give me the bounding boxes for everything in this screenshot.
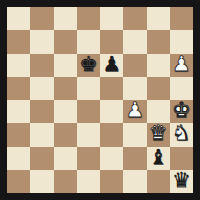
white-pawn-f4[interactable]: ♟ xyxy=(125,100,144,121)
square-b7[interactable] xyxy=(30,30,53,53)
square-b4[interactable] xyxy=(30,100,53,123)
square-g4[interactable] xyxy=(147,100,170,123)
square-d1[interactable] xyxy=(77,170,100,193)
square-h3[interactable]: ♞ xyxy=(170,123,193,146)
square-f2[interactable] xyxy=(123,147,146,170)
square-d8[interactable] xyxy=(77,7,100,30)
square-b2[interactable] xyxy=(30,147,53,170)
square-e1[interactable] xyxy=(100,170,123,193)
board-grid: ♚♟♟♟♚♛♞♝♛ xyxy=(7,7,193,193)
square-b1[interactable] xyxy=(30,170,53,193)
square-e2[interactable] xyxy=(100,147,123,170)
square-g1[interactable] xyxy=(147,170,170,193)
square-e4[interactable] xyxy=(100,100,123,123)
square-g8[interactable] xyxy=(147,7,170,30)
square-h1[interactable]: ♛ xyxy=(170,170,193,193)
square-a2[interactable] xyxy=(7,147,30,170)
square-c3[interactable] xyxy=(54,123,77,146)
square-a7[interactable] xyxy=(7,30,30,53)
square-a6[interactable] xyxy=(7,54,30,77)
square-f1[interactable] xyxy=(123,170,146,193)
white-queen-g3[interactable]: ♛ xyxy=(149,123,168,144)
square-f8[interactable] xyxy=(123,7,146,30)
chess-board: ♚♟♟♟♚♛♞♝♛ xyxy=(0,0,200,200)
square-a4[interactable] xyxy=(7,100,30,123)
square-f5[interactable] xyxy=(123,77,146,100)
square-c1[interactable] xyxy=(54,170,77,193)
square-b3[interactable] xyxy=(30,123,53,146)
square-e7[interactable] xyxy=(100,30,123,53)
square-g6[interactable] xyxy=(147,54,170,77)
square-d5[interactable] xyxy=(77,77,100,100)
square-f7[interactable] xyxy=(123,30,146,53)
black-queen-h1[interactable]: ♛ xyxy=(172,170,191,191)
square-b5[interactable] xyxy=(30,77,53,100)
square-c4[interactable] xyxy=(54,100,77,123)
square-c7[interactable] xyxy=(54,30,77,53)
square-f6[interactable] xyxy=(123,54,146,77)
square-a3[interactable] xyxy=(7,123,30,146)
square-h2[interactable] xyxy=(170,147,193,170)
square-c2[interactable] xyxy=(54,147,77,170)
square-h7[interactable] xyxy=(170,30,193,53)
square-e8[interactable] xyxy=(100,7,123,30)
square-e6[interactable]: ♟ xyxy=(100,54,123,77)
square-a8[interactable] xyxy=(7,7,30,30)
square-e3[interactable] xyxy=(100,123,123,146)
square-e5[interactable] xyxy=(100,77,123,100)
square-g7[interactable] xyxy=(147,30,170,53)
square-g3[interactable]: ♛ xyxy=(147,123,170,146)
square-h6[interactable]: ♟ xyxy=(170,54,193,77)
square-d6[interactable]: ♚ xyxy=(77,54,100,77)
black-king-d6[interactable]: ♚ xyxy=(79,54,98,75)
square-h8[interactable] xyxy=(170,7,193,30)
square-c6[interactable] xyxy=(54,54,77,77)
square-b8[interactable] xyxy=(30,7,53,30)
square-h4[interactable]: ♚ xyxy=(170,100,193,123)
square-d7[interactable] xyxy=(77,30,100,53)
square-h5[interactable] xyxy=(170,77,193,100)
square-g2[interactable]: ♝ xyxy=(147,147,170,170)
square-a1[interactable] xyxy=(7,170,30,193)
square-c5[interactable] xyxy=(54,77,77,100)
black-pawn-e6[interactable]: ♟ xyxy=(102,54,121,75)
square-b6[interactable] xyxy=(30,54,53,77)
square-d4[interactable] xyxy=(77,100,100,123)
white-knight-h3[interactable]: ♞ xyxy=(172,123,191,144)
square-c8[interactable] xyxy=(54,7,77,30)
square-f3[interactable] xyxy=(123,123,146,146)
square-a5[interactable] xyxy=(7,77,30,100)
white-king-h4[interactable]: ♚ xyxy=(172,100,191,121)
square-g5[interactable] xyxy=(147,77,170,100)
square-d2[interactable] xyxy=(77,147,100,170)
black-bishop-g2[interactable]: ♝ xyxy=(149,147,168,168)
square-d3[interactable] xyxy=(77,123,100,146)
square-f4[interactable]: ♟ xyxy=(123,100,146,123)
white-pawn-h6[interactable]: ♟ xyxy=(172,54,191,75)
